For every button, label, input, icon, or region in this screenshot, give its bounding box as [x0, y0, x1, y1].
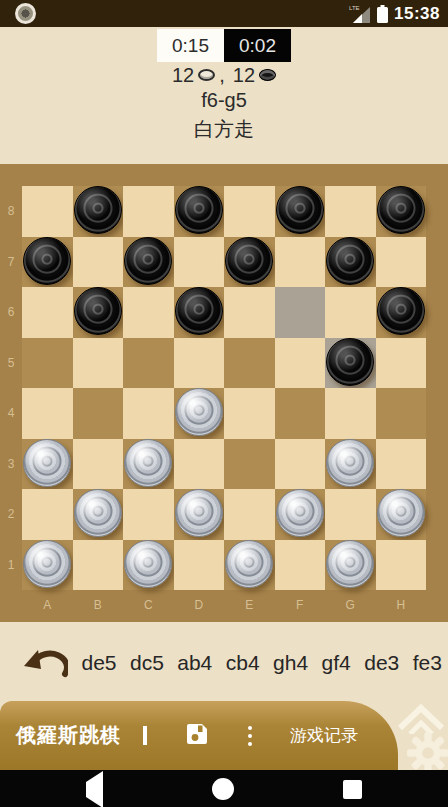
- square-h3[interactable]: [376, 439, 427, 490]
- game-clocks: 0:15 0:02: [0, 29, 448, 62]
- square-b1[interactable]: [73, 540, 124, 591]
- row-label-6: 6: [0, 287, 22, 338]
- count-separator: ,: [219, 64, 225, 87]
- square-d5[interactable]: [174, 338, 225, 389]
- square-c4[interactable]: [123, 388, 174, 439]
- square-g8[interactable]: [325, 186, 376, 237]
- white-checker-g1[interactable]: [326, 540, 374, 588]
- square-a8[interactable]: [22, 186, 73, 237]
- column-labels: ABCDEFGH: [22, 592, 426, 618]
- col-label-H: H: [376, 592, 427, 618]
- turn-indicator: 白方走: [0, 116, 448, 143]
- square-f7[interactable]: [275, 237, 326, 288]
- square-h1[interactable]: [376, 540, 427, 591]
- square-a3[interactable]: [22, 439, 73, 490]
- game-record-button[interactable]: 游戏记录: [290, 724, 358, 747]
- square-b7[interactable]: [73, 237, 124, 288]
- square-a6[interactable]: [22, 287, 73, 338]
- square-g1[interactable]: [325, 540, 376, 591]
- square-e4[interactable]: [224, 388, 275, 439]
- white-checker-h2[interactable]: [377, 489, 425, 537]
- col-label-D: D: [174, 592, 225, 618]
- square-g3[interactable]: [325, 439, 376, 490]
- square-h6[interactable]: [376, 287, 427, 338]
- black-checker-g5[interactable]: [326, 338, 374, 386]
- white-checker-c1[interactable]: [124, 540, 172, 588]
- square-d2[interactable]: [174, 489, 225, 540]
- col-label-B: B: [73, 592, 124, 618]
- square-a1[interactable]: [22, 540, 73, 591]
- square-c5[interactable]: [123, 338, 174, 389]
- black-clock: 0:02: [224, 29, 291, 62]
- nav-home-button[interactable]: [212, 778, 234, 800]
- white-checker-c3[interactable]: [124, 439, 172, 487]
- square-h5[interactable]: [376, 338, 427, 389]
- square-e6[interactable]: [224, 287, 275, 338]
- black-checker-h6[interactable]: [377, 287, 425, 335]
- square-a5[interactable]: [22, 338, 73, 389]
- col-label-E: E: [224, 592, 275, 618]
- checkers-board: 87654321 ABCDEFGH: [0, 164, 448, 622]
- square-e2[interactable]: [224, 489, 275, 540]
- row-label-2: 2: [0, 489, 22, 540]
- piece-counts: 12 , 12: [0, 62, 448, 88]
- square-e7[interactable]: [224, 237, 275, 288]
- square-b6[interactable]: [73, 287, 124, 338]
- square-h7[interactable]: [376, 237, 427, 288]
- square-a7[interactable]: [22, 237, 73, 288]
- new-board-button[interactable]: [143, 728, 147, 743]
- move-option-de5[interactable]: de5: [81, 651, 116, 675]
- black-checker-icon: [259, 69, 276, 81]
- square-b8[interactable]: [73, 186, 124, 237]
- square-f2[interactable]: [275, 489, 326, 540]
- toolbar-area: 俄羅斯跳棋 游戏记录: [0, 701, 448, 770]
- clock-time: 15:38: [394, 4, 440, 24]
- square-f4[interactable]: [275, 388, 326, 439]
- app-toolbar: 俄羅斯跳棋 游戏记录: [0, 701, 398, 770]
- white-checker-d4[interactable]: [175, 388, 223, 436]
- black-checker-b6[interactable]: [74, 287, 122, 335]
- row-label-7: 7: [0, 237, 22, 288]
- square-g5[interactable]: [325, 338, 376, 389]
- row-label-8: 8: [0, 186, 22, 237]
- col-label-F: F: [275, 592, 326, 618]
- square-e5[interactable]: [224, 338, 275, 389]
- move-option-cb4[interactable]: cb4: [226, 651, 260, 675]
- square-e3[interactable]: [224, 439, 275, 490]
- white-checker-f2[interactable]: [276, 489, 324, 537]
- board-grid: [22, 186, 426, 590]
- black-checker-f8[interactable]: [276, 186, 324, 234]
- square-f5[interactable]: [275, 338, 326, 389]
- square-b4[interactable]: [73, 388, 124, 439]
- black-checker-c7[interactable]: [124, 237, 172, 285]
- square-d1[interactable]: [174, 540, 225, 591]
- square-c6[interactable]: [123, 287, 174, 338]
- square-a2[interactable]: [22, 489, 73, 540]
- square-g2[interactable]: [325, 489, 376, 540]
- save-game-button[interactable]: [185, 722, 209, 749]
- square-f3[interactable]: [275, 439, 326, 490]
- square-g7[interactable]: [325, 237, 376, 288]
- col-label-A: A: [22, 592, 73, 618]
- row-label-5: 5: [0, 338, 22, 389]
- white-count: 12: [172, 64, 194, 87]
- square-g6[interactable]: [325, 287, 376, 338]
- square-g4[interactable]: [325, 388, 376, 439]
- network-type-label: LTE: [349, 5, 360, 11]
- app-title: 俄羅斯跳棋: [16, 722, 121, 749]
- black-checker-a7[interactable]: [23, 237, 71, 285]
- white-checker-b2[interactable]: [74, 489, 122, 537]
- square-d3[interactable]: [174, 439, 225, 490]
- vertical-dots-icon: [248, 726, 252, 746]
- white-checker-d2[interactable]: [175, 489, 223, 537]
- black-count: 12: [233, 64, 255, 87]
- move-option-gh4[interactable]: gh4: [273, 651, 308, 675]
- white-checker-g3[interactable]: [326, 439, 374, 487]
- battery-icon: [377, 5, 388, 23]
- gear-icon: [405, 730, 448, 770]
- square-c2[interactable]: [123, 489, 174, 540]
- row-label-4: 4: [0, 388, 22, 439]
- row-label-1: 1: [0, 540, 22, 591]
- black-checker-e7[interactable]: [225, 237, 273, 285]
- square-c8[interactable]: [123, 186, 174, 237]
- move-list: de5dc5ab4cb4gh4gf4de3fe3: [24, 646, 442, 680]
- white-checker-icon: [198, 69, 215, 81]
- col-label-G: G: [325, 592, 376, 618]
- screen-record-icon: [15, 3, 36, 24]
- nav-back-button[interactable]: [86, 782, 103, 797]
- settings-corner[interactable]: [396, 701, 448, 770]
- undo-button[interactable]: [24, 648, 68, 678]
- square-h8[interactable]: [376, 186, 427, 237]
- white-checker-e1[interactable]: [225, 540, 273, 588]
- square-e1[interactable]: [224, 540, 275, 591]
- square-c1[interactable]: [123, 540, 174, 591]
- move-option-gf4[interactable]: gf4: [322, 651, 351, 675]
- overflow-menu-button[interactable]: [248, 726, 252, 746]
- square-d7[interactable]: [174, 237, 225, 288]
- square-h2[interactable]: [376, 489, 427, 540]
- black-checker-b8[interactable]: [74, 186, 122, 234]
- home-circle-icon: [212, 778, 234, 800]
- square-b3[interactable]: [73, 439, 124, 490]
- cellular-signal-icon: LTE: [349, 4, 371, 23]
- square-h4[interactable]: [376, 388, 427, 439]
- row-label-3: 3: [0, 439, 22, 490]
- square-f1[interactable]: [275, 540, 326, 591]
- white-checker-a3[interactable]: [23, 439, 71, 487]
- last-move: f6-g5: [0, 88, 448, 113]
- status-bar: LTE 15:38: [0, 0, 448, 27]
- move-option-ab4[interactable]: ab4: [177, 651, 212, 675]
- square-d8[interactable]: [174, 186, 225, 237]
- square-c7[interactable]: [123, 237, 174, 288]
- move-option-dc5[interactable]: dc5: [130, 651, 164, 675]
- android-navbar: [0, 770, 448, 807]
- square-b2[interactable]: [73, 489, 124, 540]
- black-checker-d6[interactable]: [175, 287, 223, 335]
- nav-recents-button[interactable]: [343, 780, 362, 799]
- square-d4[interactable]: [174, 388, 225, 439]
- col-label-C: C: [123, 592, 174, 618]
- square-a4[interactable]: [22, 388, 73, 439]
- square-c3[interactable]: [123, 439, 174, 490]
- back-triangle-icon: [86, 771, 103, 807]
- black-checker-d8[interactable]: [175, 186, 223, 234]
- white-clock: 0:15: [157, 29, 224, 62]
- black-checker-h8[interactable]: [377, 186, 425, 234]
- move-option-de3[interactable]: de3: [364, 651, 399, 675]
- square-f8[interactable]: [275, 186, 326, 237]
- move-area: de5dc5ab4cb4gh4gf4de3fe3: [0, 622, 448, 701]
- square-e8[interactable]: [224, 186, 275, 237]
- square-d6[interactable]: [174, 287, 225, 338]
- white-checker-a1[interactable]: [23, 540, 71, 588]
- move-option-fe3[interactable]: fe3: [413, 651, 442, 675]
- square-b5[interactable]: [73, 338, 124, 389]
- black-checker-g7[interactable]: [326, 237, 374, 285]
- checkerboard-icon: [143, 726, 147, 745]
- square-f6[interactable]: [275, 287, 326, 338]
- floppy-save-icon: [185, 722, 209, 746]
- recents-square-icon: [343, 780, 362, 799]
